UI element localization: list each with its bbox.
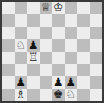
- square-f7[interactable]: [65, 14, 78, 26]
- square-b6[interactable]: [15, 27, 28, 39]
- square-f4[interactable]: [65, 52, 78, 64]
- square-h4[interactable]: [90, 52, 103, 64]
- white-knight-b5: ♘: [16, 39, 26, 50]
- square-a1[interactable]: [2, 89, 15, 101]
- square-c1[interactable]: [27, 89, 40, 101]
- square-e2[interactable]: ♟: [52, 76, 65, 88]
- square-g3[interactable]: [77, 64, 90, 76]
- square-g5[interactable]: [77, 39, 90, 51]
- square-c7[interactable]: [27, 14, 40, 26]
- square-d3[interactable]: [40, 64, 53, 76]
- square-c6[interactable]: [27, 27, 40, 39]
- square-e8[interactable]: ♔: [52, 2, 65, 14]
- square-g6[interactable]: [77, 27, 90, 39]
- square-f3[interactable]: [65, 64, 78, 76]
- square-a3[interactable]: [2, 64, 15, 76]
- square-b8[interactable]: [15, 2, 28, 14]
- square-c5[interactable]: ♟: [27, 39, 40, 51]
- square-a6[interactable]: [2, 27, 15, 39]
- square-b3[interactable]: [15, 64, 28, 76]
- square-f1[interactable]: ♘: [65, 89, 78, 101]
- square-b1[interactable]: ♗: [15, 89, 28, 101]
- square-h1[interactable]: [90, 89, 103, 101]
- black-king-e1: ♚: [53, 89, 63, 100]
- square-h8[interactable]: [90, 2, 103, 14]
- black-pawn-b2: ♟: [16, 76, 26, 87]
- square-b2[interactable]: ♟: [15, 76, 28, 88]
- square-g7[interactable]: [77, 14, 90, 26]
- square-e5[interactable]: [52, 39, 65, 51]
- square-c3[interactable]: [27, 64, 40, 76]
- square-f8[interactable]: [65, 2, 78, 14]
- black-pawn-e2: ♟: [53, 76, 63, 87]
- white-king-e8: ♔: [53, 2, 63, 13]
- square-e7[interactable]: [52, 14, 65, 26]
- square-d6[interactable]: [40, 27, 53, 39]
- square-b4[interactable]: [15, 52, 28, 64]
- square-d8[interactable]: ♕: [40, 2, 53, 14]
- white-queen-d8: ♕: [41, 2, 51, 13]
- square-f2[interactable]: ♟: [65, 76, 78, 88]
- black-pawn-f2: ♟: [66, 76, 76, 87]
- square-c2[interactable]: [27, 76, 40, 88]
- square-h5[interactable]: [90, 39, 103, 51]
- square-e4[interactable]: [52, 52, 65, 64]
- square-e6[interactable]: [52, 27, 65, 39]
- square-f6[interactable]: [65, 27, 78, 39]
- square-e3[interactable]: [52, 64, 65, 76]
- square-g8[interactable]: [77, 2, 90, 14]
- square-c4[interactable]: ♖: [27, 52, 40, 64]
- square-a4[interactable]: [2, 52, 15, 64]
- square-d7[interactable]: [40, 14, 53, 26]
- square-c8[interactable]: [27, 2, 40, 14]
- square-a2[interactable]: [2, 76, 15, 88]
- chess-board: ♕♔♘♟♖♟♟♟♗♚♘: [0, 0, 104, 103]
- square-d1[interactable]: [40, 89, 53, 101]
- white-knight-f1: ♘: [66, 89, 76, 100]
- square-a8[interactable]: [2, 2, 15, 14]
- square-d5[interactable]: [40, 39, 53, 51]
- white-bishop-b1: ♗: [16, 89, 26, 100]
- square-h6[interactable]: [90, 27, 103, 39]
- square-b7[interactable]: [15, 14, 28, 26]
- white-rook-c4: ♖: [28, 52, 38, 63]
- square-h7[interactable]: [90, 14, 103, 26]
- square-e1[interactable]: ♚: [52, 89, 65, 101]
- square-h2[interactable]: [90, 76, 103, 88]
- square-g1[interactable]: [77, 89, 90, 101]
- square-a7[interactable]: [2, 14, 15, 26]
- square-d2[interactable]: [40, 76, 53, 88]
- square-h3[interactable]: [90, 64, 103, 76]
- square-f5[interactable]: [65, 39, 78, 51]
- square-g4[interactable]: [77, 52, 90, 64]
- square-g2[interactable]: [77, 76, 90, 88]
- square-d4[interactable]: [40, 52, 53, 64]
- chess-diagram: ♕♔♘♟♖♟♟♟♗♚♘: [0, 0, 104, 103]
- square-b5[interactable]: ♘: [15, 39, 28, 51]
- black-pawn-c5: ♟: [28, 39, 38, 50]
- square-a5[interactable]: [2, 39, 15, 51]
